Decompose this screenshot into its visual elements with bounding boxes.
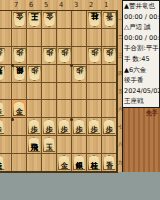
piece-歩-gote[interactable]: 歩 <box>103 48 116 63</box>
panel-line-10: 王座戦 <box>123 96 160 107</box>
board-square-5五[interactable] <box>42 83 57 101</box>
board-square-2六[interactable] <box>87 100 102 118</box>
panel-line-9: 2024/05/02 <box>123 86 160 97</box>
piece-王-gote[interactable]: 王 <box>28 12 41 27</box>
board-square-3六[interactable] <box>72 100 87 118</box>
piece-kanji: 歩 <box>105 125 112 134</box>
board-square-6五[interactable] <box>27 83 42 101</box>
piece-kanji: 桂 <box>90 161 97 170</box>
piece-金-gote[interactable]: 金 <box>43 12 56 27</box>
board-square-4三[interactable]: 歩 <box>57 47 72 65</box>
piece-kanji: 歩 <box>105 48 112 57</box>
piece-歩-gote[interactable]: 歩 <box>0 48 5 63</box>
panel-line-2: 00:00 / 00:00 <box>123 12 160 23</box>
board-square-6一[interactable]: 王 <box>27 11 42 29</box>
piece-歩-sente[interactable]: 歩 <box>0 101 5 116</box>
board-square-5六[interactable] <box>42 100 57 118</box>
board-square-1三[interactable]: 歩 <box>102 47 117 65</box>
piece-香-gote[interactable]: 香 <box>103 12 116 27</box>
file-label-3: 3 <box>74 1 78 9</box>
board-square-6六[interactable] <box>27 100 42 118</box>
piece-kanji: 歩 <box>60 125 67 134</box>
file-label-6: 6 <box>29 1 33 9</box>
piece-金-sente[interactable]: 金 <box>58 155 71 170</box>
board-square-cut[interactable]: 歩 <box>0 118 12 136</box>
board-square-6七[interactable]: 歩 <box>27 118 42 136</box>
piece-kanji: 歩 <box>15 48 22 57</box>
board-square-1九[interactable]: 香 <box>102 154 117 172</box>
board-square-1八[interactable] <box>102 136 117 154</box>
board-square-3四[interactable]: 歩 <box>72 65 87 83</box>
board-square-4六[interactable] <box>57 100 72 118</box>
piece-kanji: 桂 <box>90 12 97 21</box>
piece-kanji: 王 <box>30 12 37 21</box>
piece-金-sente[interactable]: 金 <box>13 101 26 116</box>
board-square-3三[interactable] <box>72 47 87 65</box>
piece-kanji: 飛 <box>0 66 2 75</box>
board-square-7七[interactable] <box>12 118 27 136</box>
board-square-cut[interactable] <box>0 11 12 29</box>
board-square-5二[interactable] <box>42 29 57 47</box>
piece-kanji: 歩 <box>60 48 67 57</box>
board-square-cut[interactable] <box>0 136 12 154</box>
file-label-7: 7 <box>14 1 18 9</box>
panel-line-1: ▲菅井竜也 <box>123 1 160 12</box>
board-square-6九[interactable] <box>27 154 42 172</box>
window-background <box>0 173 160 200</box>
piece-kanji: 香 <box>105 12 112 21</box>
piece-歩-sente[interactable]: 歩 <box>58 119 71 134</box>
piece-kanji: 歩 <box>0 125 2 134</box>
piece-kanji: 歩 <box>30 66 37 75</box>
board-square-cut[interactable]: 歩 <box>0 100 12 118</box>
panel-line-8: 後手番 <box>123 75 160 86</box>
piece-桂-sente[interactable]: 桂 <box>88 155 101 170</box>
piece-kanji: 歩 <box>0 48 2 57</box>
sente-tray-label: 先手 <box>146 109 158 116</box>
piece-桂-gote[interactable]: 桂 <box>88 12 101 27</box>
board-square-6三[interactable] <box>27 47 42 65</box>
board-square-5七[interactable]: 歩 <box>42 118 57 136</box>
panel-line-3: △戸辺 誠 <box>123 22 160 33</box>
board-square-5八[interactable]: 玉 <box>42 136 57 154</box>
board-square-2八[interactable] <box>87 136 102 154</box>
board-square-1一[interactable]: 香 <box>102 11 117 29</box>
piece-kanji: 金 <box>60 161 67 170</box>
piece-歩-gote[interactable]: 歩 <box>58 48 71 63</box>
piece-歩-gote[interactable]: 歩 <box>73 66 86 81</box>
hoshi-dot <box>11 64 14 67</box>
board-square-3二[interactable] <box>72 29 87 47</box>
piece-歩-sente[interactable]: 歩 <box>103 119 116 134</box>
board-square-2三[interactable]: 歩 <box>87 47 102 65</box>
piece-歩-gote[interactable]: 歩 <box>13 48 26 63</box>
board-grid[interactable]: 金王金桂香歩歩歩歩歩歩飛銀歩歩歩金歩歩歩歩歩歩歩飛玉桂金銀桂香 <box>0 11 117 172</box>
piece-歩-sente[interactable]: 歩 <box>73 119 86 134</box>
board-square-4八[interactable] <box>57 136 72 154</box>
board-square-7一[interactable]: 金 <box>12 11 27 29</box>
piece-kanji: 桂 <box>0 161 2 170</box>
piece-kanji: 歩 <box>30 125 37 134</box>
board-square-7五[interactable] <box>12 83 27 101</box>
board-square-1七[interactable]: 歩 <box>102 118 117 136</box>
board-square-cut[interactable]: 飛 <box>0 65 12 83</box>
piece-銀-gote[interactable]: 銀 <box>13 66 26 81</box>
panel-line-5: 手合割:平手 <box>123 43 160 54</box>
board-square-4二[interactable] <box>57 29 72 47</box>
board-square-2七[interactable]: 歩 <box>87 118 102 136</box>
piece-歩-sente[interactable]: 歩 <box>0 119 5 134</box>
board-square-cut[interactable]: 桂 <box>0 154 12 172</box>
hoshi-dot <box>70 118 73 121</box>
board-square-7八[interactable] <box>12 136 27 154</box>
board-square-2四[interactable] <box>87 65 102 83</box>
piece-歩-sente[interactable]: 歩 <box>28 119 41 134</box>
piece-kanji: 歩 <box>90 48 97 57</box>
piece-kanji: 歩 <box>0 107 2 116</box>
file-label-4: 4 <box>59 1 63 9</box>
piece-kanji: 銀 <box>15 66 22 75</box>
board-square-5一[interactable]: 金 <box>42 11 57 29</box>
piece-kanji: 歩 <box>45 125 52 134</box>
board-square-3九[interactable]: 銀 <box>72 154 87 172</box>
board-square-7四[interactable]: 銀 <box>12 65 27 83</box>
piece-飛-sente[interactable]: 飛 <box>28 137 41 152</box>
shogi-app-window: 金王金桂香歩歩歩歩歩歩飛銀歩歩歩金歩歩歩歩歩歩歩飛玉桂金銀桂香 7654321一… <box>0 0 160 200</box>
sente-captured-tray[interactable]: 先手 <box>122 108 160 172</box>
piece-銀-sente[interactable]: 銀 <box>73 155 86 170</box>
piece-kanji: 飛 <box>30 143 37 152</box>
board-square-7九[interactable] <box>12 154 27 172</box>
piece-歩-sente[interactable]: 歩 <box>88 119 101 134</box>
board-square-4五[interactable] <box>57 83 72 101</box>
piece-kanji: 歩 <box>75 66 82 75</box>
board-square-2五[interactable] <box>87 83 102 101</box>
piece-kanji: 玉 <box>45 143 52 152</box>
piece-玉-sente[interactable]: 玉 <box>43 137 56 152</box>
board-square-5四[interactable] <box>42 65 57 83</box>
board-square-5三[interactable]: 歩 <box>42 47 57 65</box>
panel-line-6: 手 数:45 <box>123 54 160 65</box>
board-square-4四[interactable] <box>57 65 72 83</box>
game-info-panel: ▲菅井竜也00:00 / 00:00△戸辺 誠00:00 / 00:00手合割:… <box>122 0 160 108</box>
piece-kanji: 金 <box>15 12 22 21</box>
hoshi-dot <box>70 64 73 67</box>
piece-kanji: 歩 <box>45 48 52 57</box>
board-square-2九[interactable]: 桂 <box>87 154 102 172</box>
board-square-1四[interactable] <box>102 65 117 83</box>
piece-香-sente[interactable]: 香 <box>103 155 116 170</box>
board-square-3八[interactable] <box>72 136 87 154</box>
piece-kanji: 香 <box>105 161 112 170</box>
board-square-6八[interactable]: 飛 <box>27 136 42 154</box>
board-square-4七[interactable]: 歩 <box>57 118 72 136</box>
piece-桂-sente[interactable]: 桂 <box>0 155 5 170</box>
file-label-1: 1 <box>104 1 108 9</box>
panel-line-7: ▲6六金 <box>123 65 160 76</box>
board-square-2二[interactable] <box>87 29 102 47</box>
piece-kanji: 歩 <box>90 125 97 134</box>
board-square-3五[interactable] <box>72 83 87 101</box>
board-square-4九[interactable]: 金 <box>57 154 72 172</box>
piece-歩-gote[interactable]: 歩 <box>28 66 41 81</box>
board-square-2一[interactable]: 桂 <box>87 11 102 29</box>
file-label-2: 2 <box>89 1 93 9</box>
board-square-1五[interactable] <box>102 83 117 101</box>
board-square-5九[interactable] <box>42 154 57 172</box>
board-square-1六[interactable] <box>102 100 117 118</box>
shogi-board[interactable]: 金王金桂香歩歩歩歩歩歩飛銀歩歩歩金歩歩歩歩歩歩歩飛玉桂金銀桂香 7654321一… <box>0 0 122 172</box>
piece-kanji: 金 <box>15 107 22 116</box>
panel-line-4: 00:00 / 00:00 <box>123 33 160 44</box>
board-square-7二[interactable] <box>12 29 27 47</box>
piece-金-gote[interactable]: 金 <box>13 12 26 27</box>
piece-kanji: 歩 <box>75 125 82 134</box>
file-label-5: 5 <box>44 1 48 9</box>
board-square-7六[interactable]: 金 <box>12 100 27 118</box>
board-square-3七[interactable]: 歩 <box>72 118 87 136</box>
board-square-6四[interactable]: 歩 <box>27 65 42 83</box>
board-square-4一[interactable] <box>57 11 72 29</box>
board-square-6二[interactable] <box>27 29 42 47</box>
piece-飛-gote[interactable]: 飛 <box>0 66 5 81</box>
board-square-cut[interactable]: 歩 <box>0 47 12 65</box>
board-square-cut[interactable] <box>0 29 12 47</box>
piece-kanji: 金 <box>45 12 52 21</box>
hoshi-dot <box>11 118 14 121</box>
board-square-1二[interactable] <box>102 29 117 47</box>
piece-kanji: 銀 <box>75 161 82 170</box>
board-square-3一[interactable] <box>72 11 87 29</box>
piece-歩-gote[interactable]: 歩 <box>88 48 101 63</box>
piece-歩-gote[interactable]: 歩 <box>43 48 56 63</box>
piece-歩-sente[interactable]: 歩 <box>43 119 56 134</box>
board-square-7三[interactable]: 歩 <box>12 47 27 65</box>
board-square-cut[interactable] <box>0 83 12 101</box>
